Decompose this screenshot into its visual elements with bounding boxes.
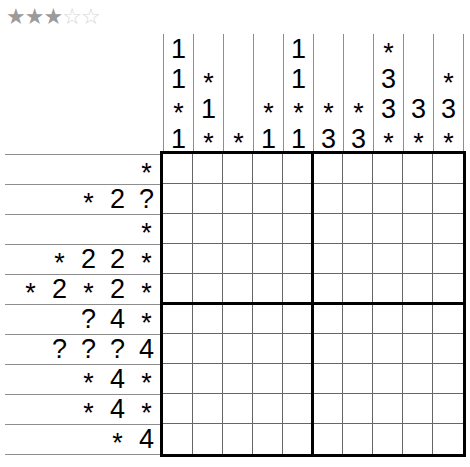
row-clue-cell: * [74, 185, 103, 214]
clue-value: * [293, 98, 304, 128]
star-filled-icon: ★ [25, 4, 44, 29]
board-cell-r7c3[interactable] [223, 334, 253, 364]
row-clue-cell: ? [132, 185, 161, 214]
board-cell-r6c1[interactable] [163, 304, 193, 334]
row-clues: **2?**22**2*2*?4*???4*4**4**4 [5, 154, 163, 455]
board-cell-r3c3[interactable] [223, 214, 253, 244]
board-cell-r3c8[interactable] [373, 214, 403, 244]
clue-value: 4 [110, 304, 125, 334]
column-clue-cell: 3 [374, 94, 403, 124]
board-cell-r3c4[interactable] [253, 214, 283, 244]
board-cell-r8c5[interactable] [283, 364, 313, 394]
column-clue-cell [434, 34, 463, 64]
board-cell-r2c3[interactable] [223, 184, 253, 214]
clue-value: 3 [321, 124, 336, 154]
column-clue-6: *3 [313, 34, 343, 154]
clue-value: * [83, 369, 94, 398]
column-clue-cell [314, 64, 343, 94]
clue-value: * [141, 399, 152, 428]
column-clue-cell: 1 [164, 124, 193, 154]
board-cell-r8c9[interactable] [403, 364, 433, 394]
column-clue-7: *3 [343, 34, 373, 154]
column-clue-cell: 1 [164, 64, 193, 94]
board-cell-r6c5[interactable] [283, 304, 313, 334]
board-cell-r5c5[interactable] [283, 274, 313, 304]
board-cell-r9c10[interactable] [433, 394, 463, 424]
clue-value: 4 [139, 424, 154, 454]
board-cell-r10c6[interactable] [313, 424, 343, 454]
board-cell-r8c7[interactable] [343, 364, 373, 394]
column-clue-cell [344, 34, 373, 64]
board-cell-r6c10[interactable] [433, 304, 463, 334]
puzzle-canvas: ★★★☆☆ 11*1*1***111*1*3*3*33*3**3* **2?**… [0, 0, 470, 467]
clue-value: ? [110, 334, 125, 364]
board-cell-r2c4[interactable] [253, 184, 283, 214]
column-clue-cell [404, 34, 433, 64]
board-cell-r6c2[interactable] [193, 304, 223, 334]
clue-value: 2 [81, 244, 96, 274]
row-clue-cell: 4 [103, 365, 132, 394]
board-cell-r8c2[interactable] [193, 364, 223, 394]
clue-value: * [141, 309, 152, 338]
column-clue-cell: 1 [194, 94, 223, 124]
row-clue-5: *2*2* [5, 274, 163, 304]
clue-value: * [141, 219, 152, 248]
row-clue-cell: * [45, 245, 74, 274]
column-clue-cell: * [434, 64, 463, 94]
clue-value: 1 [261, 124, 276, 154]
board-cell-r1c8[interactable] [373, 154, 403, 184]
row-clue-cell: 2 [45, 275, 74, 304]
row-clue-cell: 4 [103, 305, 132, 334]
column-clue-cell: * [164, 94, 193, 124]
row-clue-6: ?4* [5, 304, 163, 334]
clue-value: 1 [171, 34, 186, 64]
row-clue-cell: 4 [132, 425, 161, 454]
board-cell-r9c1[interactable] [163, 394, 193, 424]
board-cell-r7c10[interactable] [433, 334, 463, 364]
board-cell-r10c5[interactable] [283, 424, 313, 454]
clue-value: 3 [351, 124, 366, 154]
row-clue-cell: * [74, 365, 103, 394]
board-cell-r5c9[interactable] [403, 274, 433, 304]
column-clue-10: *3* [433, 34, 463, 154]
row-clue-3: * [5, 214, 163, 244]
column-clue-cell: * [314, 94, 343, 124]
column-clue-cell: 3 [374, 64, 403, 94]
column-clue-cell: 1 [284, 34, 313, 64]
row-clue-cell: ? [74, 305, 103, 334]
column-clue-cell: * [434, 124, 463, 154]
column-clue-cell: * [374, 124, 403, 154]
clue-value: ? [81, 304, 96, 334]
board-cell-r5c1[interactable] [163, 274, 193, 304]
clue-value: 4 [110, 394, 125, 424]
board-cell-r2c8[interactable] [373, 184, 403, 214]
column-clue-cell: * [284, 94, 313, 124]
row-clue-cell: * [132, 395, 161, 424]
board-cell-r7c9[interactable] [403, 334, 433, 364]
board-cell-r9c3[interactable] [223, 394, 253, 424]
board-cell-r8c1[interactable] [163, 364, 193, 394]
board-cell-r9c7[interactable] [343, 394, 373, 424]
board-cell-r2c2[interactable] [193, 184, 223, 214]
board-cell-r4c7[interactable] [343, 244, 373, 274]
row-clue-9: *4* [5, 394, 163, 424]
board-cell-r4c1[interactable] [163, 244, 193, 274]
column-clue-cell: 1 [284, 64, 313, 94]
column-clue-4: *1 [253, 34, 283, 154]
board-cell-r9c9[interactable] [403, 394, 433, 424]
column-clue-cell: * [254, 94, 283, 124]
clue-value: * [83, 279, 94, 308]
board-cell-r5c4[interactable] [253, 274, 283, 304]
star-filled-icon: ★ [43, 4, 62, 29]
row-clue-cell: 2 [103, 275, 132, 304]
clue-value: 2 [52, 274, 67, 304]
board-cell-r1c7[interactable] [343, 154, 373, 184]
board-cell-r3c10[interactable] [433, 214, 463, 244]
clue-value: 3 [411, 94, 426, 124]
clue-value: ? [52, 334, 67, 364]
clue-value: * [323, 98, 334, 128]
clue-value: * [141, 279, 152, 308]
column-clue-5: 11*1 [283, 34, 313, 154]
clue-value: 1 [201, 94, 216, 124]
clue-value: 4 [110, 364, 125, 394]
board-cell-r8c3[interactable] [223, 364, 253, 394]
board-cell-r10c2[interactable] [193, 424, 223, 454]
row-clue-cell: 2 [74, 245, 103, 274]
row-clue-cell: * [132, 155, 161, 184]
board-cell-r6c3[interactable] [223, 304, 253, 334]
clue-value: * [25, 279, 36, 308]
row-clue-cell: * [74, 275, 103, 304]
row-clue-cell: 4 [103, 395, 132, 424]
row-clue-10: *4 [5, 424, 163, 454]
clue-value: * [353, 98, 364, 128]
board-cell-r5c3[interactable] [223, 274, 253, 304]
board-cell-r9c4[interactable] [253, 394, 283, 424]
board-cell-r4c3[interactable] [223, 244, 253, 274]
board-cell-r10c3[interactable] [223, 424, 253, 454]
board-cell-r10c7[interactable] [343, 424, 373, 454]
column-clue-cell: * [224, 124, 253, 154]
board-cell-r6c6[interactable] [313, 304, 343, 334]
row-clue-cell: 2 [103, 245, 132, 274]
board-cell-r7c8[interactable] [373, 334, 403, 364]
column-clue-cell: * [194, 64, 223, 94]
board-cell-r3c5[interactable] [283, 214, 313, 244]
board-cell-r7c5[interactable] [283, 334, 313, 364]
clue-value: 1 [291, 34, 306, 64]
board-cell-r5c7[interactable] [343, 274, 373, 304]
board-cell-r5c8[interactable] [373, 274, 403, 304]
clue-value: 3 [381, 64, 396, 94]
row-clue-cell: * [132, 215, 161, 244]
clue-value: 1 [171, 124, 186, 154]
column-clue-cell: 3 [434, 94, 463, 124]
column-clue-cell [254, 64, 283, 94]
clue-value: * [112, 429, 123, 458]
board-cell-r7c6[interactable] [313, 334, 343, 364]
row-clue-cell: * [132, 365, 161, 394]
column-clue-8: *33* [373, 34, 403, 154]
board-cell-r1c6[interactable] [313, 154, 343, 184]
board-cell-r6c9[interactable] [403, 304, 433, 334]
clue-value: * [141, 159, 152, 188]
column-clue-1: 11*1 [163, 34, 193, 154]
column-clue-cell: * [344, 94, 373, 124]
row-clue-cell: ? [103, 335, 132, 364]
clue-value: 1 [291, 64, 306, 94]
board-cell-r10c9[interactable] [403, 424, 433, 454]
board-cell-r4c2[interactable] [193, 244, 223, 274]
clue-value: 2 [110, 244, 125, 274]
column-clue-cell: 3 [344, 124, 373, 154]
board-cell-r4c8[interactable] [373, 244, 403, 274]
clue-value: * [203, 68, 214, 98]
column-clue-cell [254, 34, 283, 64]
row-clue-cell: 2 [103, 185, 132, 214]
board-cell-r2c5[interactable] [283, 184, 313, 214]
board-cell-r7c4[interactable] [253, 334, 283, 364]
board-cell-r2c9[interactable] [403, 184, 433, 214]
clue-value: * [54, 249, 65, 278]
row-clue-cell: * [16, 275, 45, 304]
board-cell-r2c10[interactable] [433, 184, 463, 214]
row-clue-2: *2? [5, 184, 163, 214]
column-clue-cell: 1 [284, 124, 313, 154]
board-cell-r1c2[interactable] [193, 154, 223, 184]
board-cell-r10c8[interactable] [373, 424, 403, 454]
row-clue-7: ???4 [5, 334, 163, 364]
row-clue-cell: * [132, 245, 161, 274]
clue-value: 2 [110, 184, 125, 214]
clue-value: * [83, 189, 94, 218]
row-clue-cell: * [74, 395, 103, 424]
board-cell-r6c7[interactable] [343, 304, 373, 334]
star-empty-icon: ☆ [62, 4, 81, 29]
board-cell-r2c7[interactable] [343, 184, 373, 214]
board-cell-r4c9[interactable] [403, 244, 433, 274]
column-clue-cell: 1 [164, 34, 193, 64]
row-clue-4: *22* [5, 244, 163, 274]
column-clue-2: *1* [193, 34, 223, 154]
board-cell-r3c1[interactable] [163, 214, 193, 244]
star-empty-icon: ☆ [81, 4, 100, 29]
column-clue-cell: * [374, 34, 403, 64]
board-cell-r4c6[interactable] [313, 244, 343, 274]
row-clue-cell: * [103, 425, 132, 454]
board-cell-r3c7[interactable] [343, 214, 373, 244]
clue-value: * [383, 38, 394, 68]
clue-value: 3 [381, 94, 396, 124]
column-clue-cell: 3 [314, 124, 343, 154]
board-cell-r5c2[interactable] [193, 274, 223, 304]
column-clue-cell: 3 [404, 94, 433, 124]
clue-value: * [263, 98, 274, 128]
board-cell-r7c2[interactable] [193, 334, 223, 364]
clue-value: * [83, 399, 94, 428]
board-cell-r2c6[interactable] [313, 184, 343, 214]
board-cell-r1c3[interactable] [223, 154, 253, 184]
board-cell-r9c5[interactable] [283, 394, 313, 424]
board-cell-r10c1[interactable] [163, 424, 193, 454]
board-cell-r7c7[interactable] [343, 334, 373, 364]
column-clue-cell [404, 64, 433, 94]
board-cell-r9c6[interactable] [313, 394, 343, 424]
board-cell-r4c5[interactable] [283, 244, 313, 274]
clue-value: ? [81, 334, 96, 364]
row-clue-cell: * [132, 305, 161, 334]
column-clue-cell [344, 64, 373, 94]
board-cell-r4c10[interactable] [433, 244, 463, 274]
column-clue-9: 3* [403, 34, 433, 154]
board-cell-r8c4[interactable] [253, 364, 283, 394]
difficulty-stars: ★★★☆☆ [6, 0, 100, 33]
row-clue-cell: * [132, 275, 161, 304]
column-clue-cell: 1 [254, 124, 283, 154]
clue-value: 1 [171, 64, 186, 94]
board [160, 151, 466, 457]
column-clue-cell: * [404, 124, 433, 154]
row-clue-cell: ? [74, 335, 103, 364]
board-cell-r5c10[interactable] [433, 274, 463, 304]
row-clue-1: * [5, 154, 163, 184]
clue-value: 3 [441, 94, 456, 124]
row-clue-8: *4* [5, 364, 163, 394]
board-cell-r1c5[interactable] [283, 154, 313, 184]
board-cell-r3c2[interactable] [193, 214, 223, 244]
clue-value: * [141, 369, 152, 398]
clue-value: 1 [291, 124, 306, 154]
board-cell-r1c1[interactable] [163, 154, 193, 184]
clue-value: 4 [139, 334, 154, 364]
clue-value: 2 [110, 274, 125, 304]
board-cell-r2c1[interactable] [163, 184, 193, 214]
column-clue-3: * [223, 34, 253, 154]
clue-value: * [173, 98, 184, 128]
column-clue-cell [194, 34, 223, 64]
board-cell-r1c10[interactable] [433, 154, 463, 184]
board-cell-r8c8[interactable] [373, 364, 403, 394]
board-cell-r8c6[interactable] [313, 364, 343, 394]
clue-value: * [141, 249, 152, 278]
row-clue-cell: ? [45, 335, 74, 364]
board-cell-r1c4[interactable] [253, 154, 283, 184]
column-clue-cell [224, 64, 253, 94]
block-divider-horizontal [163, 302, 463, 305]
board-cell-r6c4[interactable] [253, 304, 283, 334]
board-cell-r1c9[interactable] [403, 154, 433, 184]
column-clue-cell: * [194, 124, 223, 154]
column-clue-cell [224, 94, 253, 124]
board-cell-r6c8[interactable] [373, 304, 403, 334]
row-clue-cell: 4 [132, 335, 161, 364]
column-clue-cell [314, 34, 343, 64]
board-cell-r3c6[interactable] [313, 214, 343, 244]
board-cell-r10c10[interactable] [433, 424, 463, 454]
column-clue-cell [224, 34, 253, 64]
board-cell-r10c4[interactable] [253, 424, 283, 454]
column-clues: 11*1*1***111*1*3*3*33*3**3* [163, 34, 464, 154]
board-cell-r8c10[interactable] [433, 364, 463, 394]
board-cell-r9c2[interactable] [193, 394, 223, 424]
board-cell-r3c9[interactable] [403, 214, 433, 244]
board-cell-r4c4[interactable] [253, 244, 283, 274]
star-filled-icon: ★ [6, 4, 25, 29]
board-cell-r7c1[interactable] [163, 334, 193, 364]
board-cell-r9c8[interactable] [373, 394, 403, 424]
clue-value: * [443, 68, 454, 98]
board-cell-r5c6[interactable] [313, 274, 343, 304]
clue-value: ? [139, 184, 154, 214]
